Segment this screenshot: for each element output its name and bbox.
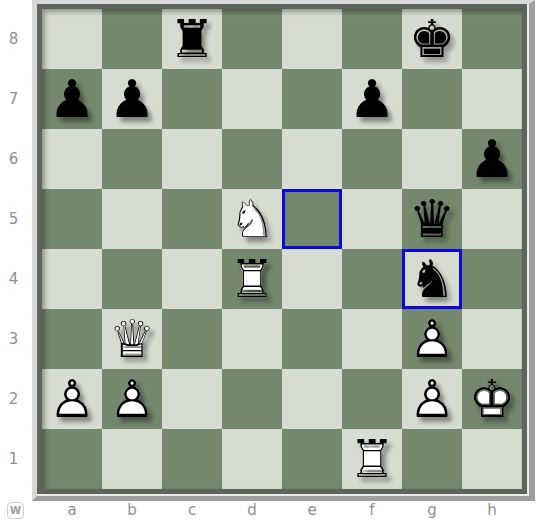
square-f4[interactable]: [342, 249, 402, 309]
file-label-g: g: [402, 499, 462, 521]
piece-glyph: ♟: [342, 69, 402, 129]
square-b1[interactable]: [102, 429, 162, 489]
square-d4[interactable]: ♜♖: [222, 249, 282, 309]
file-label-a: a: [42, 499, 102, 521]
square-g8[interactable]: ♚: [402, 9, 462, 69]
square-e5[interactable]: [282, 189, 342, 249]
square-d1[interactable]: [222, 429, 282, 489]
black-pawn[interactable]: ♟: [462, 129, 522, 189]
square-g7[interactable]: [402, 69, 462, 129]
piece-outline: ♙: [402, 309, 462, 369]
square-d2[interactable]: [222, 369, 282, 429]
square-g3[interactable]: ♟♙: [402, 309, 462, 369]
square-g2[interactable]: ♟♙: [402, 369, 462, 429]
file-label-h: h: [462, 499, 522, 521]
rank-labels: 87654321: [0, 9, 27, 489]
file-label-c: c: [162, 499, 222, 521]
square-h8[interactable]: [462, 9, 522, 69]
black-king[interactable]: ♚: [402, 9, 462, 69]
black-pawn[interactable]: ♟: [102, 69, 162, 129]
piece-outline: ♖: [222, 249, 282, 309]
square-f8[interactable]: [342, 9, 402, 69]
white-knight[interactable]: ♞♘: [222, 189, 282, 249]
piece-glyph: ♟: [42, 69, 102, 129]
square-c1[interactable]: [162, 429, 222, 489]
square-c2[interactable]: [162, 369, 222, 429]
rank-label-8: 8: [0, 9, 27, 69]
piece-glyph: ♟: [462, 129, 522, 189]
rank-label-3: 3: [0, 309, 27, 369]
piece-outline: ♙: [42, 369, 102, 429]
piece-glyph: ♚: [402, 9, 462, 69]
chess-board: ♜♚♟♟♟♟♞♘♛♜♖♞♛♕♟♙♟♙♟♙♟♙♚♔♜♖: [32, 0, 535, 501]
file-label-e: e: [282, 499, 342, 521]
square-h7[interactable]: [462, 69, 522, 129]
piece-outline: ♘: [222, 189, 282, 249]
square-h6[interactable]: ♟: [462, 129, 522, 189]
black-rook[interactable]: ♜: [162, 9, 222, 69]
square-e1[interactable]: [282, 429, 342, 489]
black-knight[interactable]: ♞: [402, 249, 462, 309]
square-a7[interactable]: ♟: [42, 69, 102, 129]
square-e2[interactable]: [282, 369, 342, 429]
square-a5[interactable]: [42, 189, 102, 249]
rank-label-1: 1: [0, 429, 27, 489]
white-rook[interactable]: ♜♖: [342, 429, 402, 489]
square-c4[interactable]: [162, 249, 222, 309]
file-labels: abcdefgh: [42, 499, 522, 521]
square-g4[interactable]: ♞: [402, 249, 462, 309]
square-e7[interactable]: [282, 69, 342, 129]
square-e3[interactable]: [282, 309, 342, 369]
square-e6[interactable]: [282, 129, 342, 189]
square-f1[interactable]: ♜♖: [342, 429, 402, 489]
white-pawn[interactable]: ♟♙: [402, 309, 462, 369]
square-b5[interactable]: [102, 189, 162, 249]
square-f3[interactable]: [342, 309, 402, 369]
square-c7[interactable]: [162, 69, 222, 129]
file-label-b: b: [102, 499, 162, 521]
white-rook[interactable]: ♜♖: [222, 249, 282, 309]
square-d6[interactable]: [222, 129, 282, 189]
black-pawn[interactable]: ♟: [342, 69, 402, 129]
square-f5[interactable]: [342, 189, 402, 249]
square-b6[interactable]: [102, 129, 162, 189]
piece-outline: ♕: [102, 309, 162, 369]
square-c5[interactable]: [162, 189, 222, 249]
square-h3[interactable]: [462, 309, 522, 369]
white-pawn[interactable]: ♟♙: [402, 369, 462, 429]
square-b4[interactable]: [102, 249, 162, 309]
square-f2[interactable]: [342, 369, 402, 429]
square-e8[interactable]: [282, 9, 342, 69]
file-label-f: f: [342, 499, 402, 521]
chess-board-app: 87654321 ♜♚♟♟♟♟♞♘♛♜♖♞♛♕♟♙♟♙♟♙♟♙♚♔♜♖ abcd…: [0, 0, 546, 524]
piece-glyph: ♞: [402, 249, 462, 309]
turn-indicator: W: [7, 502, 24, 519]
square-h4[interactable]: [462, 249, 522, 309]
square-b8[interactable]: [102, 9, 162, 69]
square-b2[interactable]: ♟♙: [102, 369, 162, 429]
square-c3[interactable]: [162, 309, 222, 369]
square-f6[interactable]: [342, 129, 402, 189]
board-grid: ♜♚♟♟♟♟♞♘♛♜♖♞♛♕♟♙♟♙♟♙♟♙♚♔♜♖: [42, 9, 522, 489]
square-a1[interactable]: [42, 429, 102, 489]
piece-glyph: ♟: [102, 69, 162, 129]
white-pawn[interactable]: ♟♙: [42, 369, 102, 429]
square-e4[interactable]: [282, 249, 342, 309]
square-g1[interactable]: [402, 429, 462, 489]
square-c8[interactable]: ♜: [162, 9, 222, 69]
white-pawn[interactable]: ♟♙: [102, 369, 162, 429]
square-g5[interactable]: ♛: [402, 189, 462, 249]
piece-outline: ♙: [102, 369, 162, 429]
rank-label-5: 5: [0, 189, 27, 249]
square-d7[interactable]: [222, 69, 282, 129]
square-a6[interactable]: [42, 129, 102, 189]
black-queen[interactable]: ♛: [402, 189, 462, 249]
rank-label-4: 4: [0, 249, 27, 309]
white-king[interactable]: ♚♔: [462, 369, 522, 429]
square-a4[interactable]: [42, 249, 102, 309]
black-pawn[interactable]: ♟: [42, 69, 102, 129]
square-b7[interactable]: ♟: [102, 69, 162, 129]
piece-glyph: ♜: [162, 9, 222, 69]
square-a3[interactable]: [42, 309, 102, 369]
piece-outline: ♙: [402, 369, 462, 429]
board-frame: ♜♚♟♟♟♟♞♘♛♜♖♞♛♕♟♙♟♙♟♙♟♙♚♔♜♖: [37, 4, 529, 496]
square-h5[interactable]: [462, 189, 522, 249]
square-f7[interactable]: ♟: [342, 69, 402, 129]
square-g6[interactable]: [402, 129, 462, 189]
rank-label-2: 2: [0, 369, 27, 429]
square-a8[interactable]: [42, 9, 102, 69]
square-d3[interactable]: [222, 309, 282, 369]
white-queen[interactable]: ♛♕: [102, 309, 162, 369]
piece-outline: ♖: [342, 429, 402, 489]
square-a2[interactable]: ♟♙: [42, 369, 102, 429]
square-d5[interactable]: ♞♘: [222, 189, 282, 249]
piece-outline: ♔: [462, 369, 522, 429]
square-h1[interactable]: [462, 429, 522, 489]
file-label-d: d: [222, 499, 282, 521]
piece-glyph: ♛: [402, 189, 462, 249]
square-h2[interactable]: ♚♔: [462, 369, 522, 429]
rank-label-7: 7: [0, 69, 27, 129]
square-c6[interactable]: [162, 129, 222, 189]
square-b3[interactable]: ♛♕: [102, 309, 162, 369]
square-d8[interactable]: [222, 9, 282, 69]
rank-label-6: 6: [0, 129, 27, 189]
